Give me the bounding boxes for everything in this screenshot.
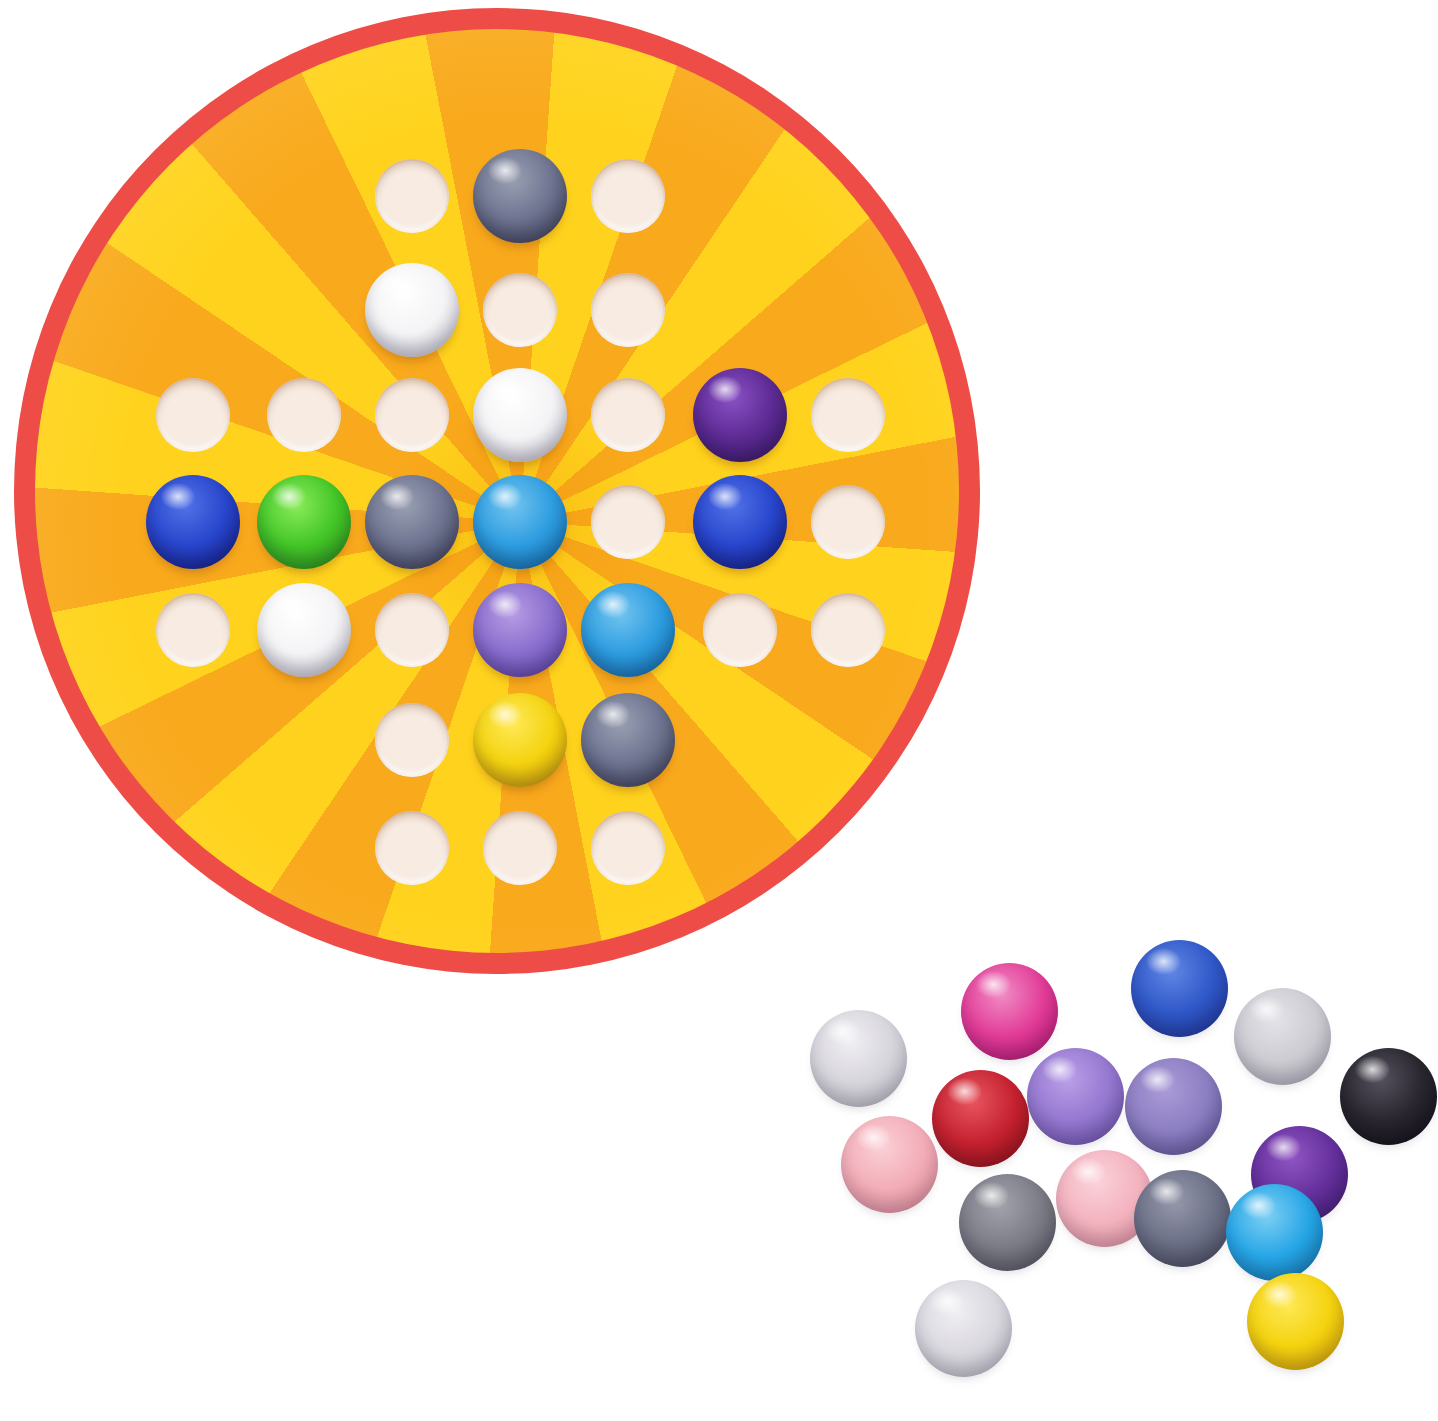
board-hole-r0c2[interactable] [375, 159, 449, 233]
board-hole-r0c4[interactable] [591, 159, 665, 233]
board-hole-r2c0[interactable] [156, 378, 230, 452]
board-marble-gray-r0c3[interactable] [473, 149, 567, 243]
board-hole-r2c1[interactable] [267, 378, 341, 452]
board-marble-violet-r4c3[interactable] [473, 583, 567, 677]
scene [0, 0, 1438, 1421]
board-hole-r2c2[interactable] [375, 378, 449, 452]
board-marble-yellow-r5c3[interactable] [473, 693, 567, 787]
board-marble-blue-r3c5[interactable] [693, 475, 787, 569]
board-marble-green-r3c1[interactable] [257, 475, 351, 569]
board-hole-r1c3[interactable] [483, 273, 557, 347]
pile-marble-black[interactable] [1340, 1048, 1437, 1145]
pile-marble-gray2[interactable] [959, 1174, 1056, 1271]
board-hole-r2c4[interactable] [591, 378, 665, 452]
board-marble-gray-r5c4[interactable] [581, 693, 675, 787]
pile-marble-lightgray[interactable] [1234, 988, 1331, 1085]
board-hole-r6c4[interactable] [591, 811, 665, 885]
board-marble-skyblue-r3c3[interactable] [473, 475, 567, 569]
pile-marble-lightpink[interactable] [841, 1116, 938, 1213]
pile-marble-cyan[interactable] [1226, 1184, 1323, 1281]
pile-marble-yellow[interactable] [1247, 1273, 1344, 1370]
board-marble-skyblue-r4c4[interactable] [581, 583, 675, 677]
pile-marble-slate[interactable] [1134, 1170, 1231, 1267]
pile-marble-silver[interactable] [810, 1010, 907, 1107]
board-hole-r6c3[interactable] [483, 811, 557, 885]
board-hole-r4c0[interactable] [156, 593, 230, 667]
board-marble-darkpurple-r2c5[interactable] [693, 368, 787, 462]
pile-marble-silver2[interactable] [915, 1280, 1012, 1377]
board-marble-gray-r3c2[interactable] [365, 475, 459, 569]
pile-marble-mpurple[interactable] [1027, 1048, 1124, 1145]
board-marble-white-r4c1[interactable] [257, 583, 351, 677]
board-hole-r4c6[interactable] [811, 593, 885, 667]
board-hole-r3c4[interactable] [591, 485, 665, 559]
pile-marble-hotpink[interactable] [961, 963, 1058, 1060]
pile-marble-royalblue[interactable] [1131, 940, 1228, 1037]
pile-marble-mpurple2[interactable] [1125, 1058, 1222, 1155]
board-marble-white-r2c3[interactable] [473, 368, 567, 462]
board-hole-r6c2[interactable] [375, 811, 449, 885]
board-hole-r2c6[interactable] [811, 378, 885, 452]
board-hole-r3c6[interactable] [811, 485, 885, 559]
board-hole-r4c2[interactable] [375, 593, 449, 667]
board-hole-r4c5[interactable] [703, 593, 777, 667]
board-hole-r1c4[interactable] [591, 273, 665, 347]
board-marble-blue-r3c0[interactable] [146, 475, 240, 569]
board-hole-r5c2[interactable] [375, 703, 449, 777]
board-marble-white-r1c2[interactable] [365, 263, 459, 357]
pile-marble-red[interactable] [932, 1070, 1029, 1167]
